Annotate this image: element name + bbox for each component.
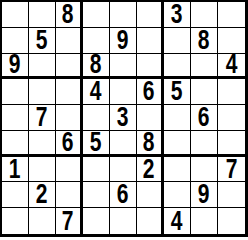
cell-r5c2[interactable]: 7 — [29, 105, 56, 131]
given-digit: 6 — [143, 79, 155, 105]
cell-r6c5[interactable] — [110, 131, 137, 157]
cell-r4c5[interactable] — [110, 79, 137, 105]
given-digit: 2 — [143, 157, 155, 183]
given-digit: 3 — [117, 105, 129, 131]
cell-r1c1[interactable] — [2, 2, 29, 28]
cell-r6c3[interactable]: 6 — [56, 131, 83, 157]
cell-r9c8[interactable] — [191, 208, 218, 234]
cell-r2c9[interactable] — [218, 28, 245, 54]
given-digit: 8 — [143, 131, 155, 156]
cell-r5c5[interactable]: 3 — [110, 105, 137, 131]
cell-r8c2[interactable]: 2 — [29, 182, 56, 208]
cell-r6c1[interactable] — [2, 131, 29, 157]
cell-r2c4[interactable] — [83, 28, 110, 54]
cell-r1c9[interactable] — [218, 2, 245, 28]
cell-r6c2[interactable] — [29, 131, 56, 157]
cell-r7c9[interactable]: 7 — [218, 157, 245, 183]
cell-r1c8[interactable] — [191, 2, 218, 28]
cell-r9c5[interactable] — [110, 208, 137, 234]
cell-r7c1[interactable]: 1 — [2, 157, 29, 183]
cell-r5c4[interactable] — [83, 105, 110, 131]
cell-r9c4[interactable] — [83, 208, 110, 234]
cell-r9c6[interactable] — [137, 208, 164, 234]
cell-r1c5[interactable] — [110, 2, 137, 28]
given-digit: 9 — [9, 54, 21, 79]
cell-r7c3[interactable] — [56, 157, 83, 183]
cell-r3c6[interactable] — [137, 54, 164, 80]
cell-r2c2[interactable]: 5 — [29, 28, 56, 54]
cell-r5c3[interactable] — [56, 105, 83, 131]
cell-r2c7[interactable] — [164, 28, 191, 54]
given-digit: 8 — [198, 28, 210, 54]
given-digit: 7 — [62, 208, 74, 234]
given-digit: 7 — [226, 157, 238, 183]
cell-r6c8[interactable] — [191, 131, 218, 157]
cell-r7c7[interactable] — [164, 157, 191, 183]
cell-r8c5[interactable]: 6 — [110, 182, 137, 208]
given-digit: 4 — [171, 208, 183, 234]
cell-r4c8[interactable] — [191, 79, 218, 105]
cell-r2c1[interactable] — [2, 28, 29, 54]
given-digit: 6 — [62, 131, 74, 156]
cell-r9c2[interactable] — [29, 208, 56, 234]
cell-r9c9[interactable] — [218, 208, 245, 234]
cell-r8c8[interactable]: 9 — [191, 182, 218, 208]
cell-r1c6[interactable] — [137, 2, 164, 28]
given-digit: 5 — [90, 131, 102, 156]
given-digit: 5 — [171, 79, 183, 105]
cell-r1c2[interactable] — [29, 2, 56, 28]
given-digit: 4 — [90, 79, 102, 105]
cell-r5c7[interactable] — [164, 105, 191, 131]
cell-r3c3[interactable] — [56, 54, 83, 80]
given-digit: 8 — [62, 2, 74, 28]
cell-r3c4[interactable]: 8 — [83, 54, 110, 80]
cell-r7c6[interactable]: 2 — [137, 157, 164, 183]
cell-r3c7[interactable] — [164, 54, 191, 80]
cell-r5c8[interactable]: 6 — [191, 105, 218, 131]
cell-r8c6[interactable] — [137, 182, 164, 208]
cell-r9c1[interactable] — [2, 208, 29, 234]
cell-r6c6[interactable]: 8 — [137, 131, 164, 157]
cell-r2c3[interactable] — [56, 28, 83, 54]
given-digit: 6 — [198, 105, 210, 131]
cell-r8c1[interactable] — [2, 182, 29, 208]
cell-r4c3[interactable] — [56, 79, 83, 105]
cell-r5c9[interactable] — [218, 105, 245, 131]
cell-r4c2[interactable] — [29, 79, 56, 105]
given-digit: 7 — [36, 105, 48, 131]
given-digit: 8 — [90, 54, 102, 79]
cell-r3c8[interactable] — [191, 54, 218, 80]
sudoku-board: 8359898446573665812726974 — [0, 0, 248, 237]
cell-r9c7[interactable]: 4 — [164, 208, 191, 234]
cell-r7c4[interactable] — [83, 157, 110, 183]
given-digit: 9 — [198, 182, 210, 208]
cell-r1c4[interactable] — [83, 2, 110, 28]
cell-r2c8[interactable]: 8 — [191, 28, 218, 54]
given-digit: 5 — [36, 28, 48, 54]
cell-r4c9[interactable] — [218, 79, 245, 105]
cell-r8c7[interactable] — [164, 182, 191, 208]
cell-r4c6[interactable]: 6 — [137, 79, 164, 105]
cell-r6c9[interactable] — [218, 131, 245, 157]
cell-r8c9[interactable] — [218, 182, 245, 208]
sudoku-page: 8359898446573665812726974 — [0, 0, 248, 240]
given-digit: 3 — [171, 2, 183, 28]
cell-r4c4[interactable]: 4 — [83, 79, 110, 105]
cell-r1c7[interactable]: 3 — [164, 2, 191, 28]
cell-r7c8[interactable] — [191, 157, 218, 183]
cell-r7c2[interactable] — [29, 157, 56, 183]
cell-r2c6[interactable] — [137, 28, 164, 54]
cell-r5c6[interactable] — [137, 105, 164, 131]
cell-r3c5[interactable] — [110, 54, 137, 80]
cell-r1c3[interactable]: 8 — [56, 2, 83, 28]
cell-r6c7[interactable] — [164, 131, 191, 157]
given-digit: 1 — [9, 157, 21, 183]
cell-r4c1[interactable] — [2, 79, 29, 105]
cell-r9c3[interactable]: 7 — [56, 208, 83, 234]
cell-r3c2[interactable] — [29, 54, 56, 80]
cell-r2c5[interactable]: 9 — [110, 28, 137, 54]
given-digit: 6 — [117, 182, 129, 208]
cell-r5c1[interactable] — [2, 105, 29, 131]
given-digit: 9 — [117, 28, 129, 54]
cell-r3c1[interactable]: 9 — [2, 54, 29, 80]
cell-r7c5[interactable] — [110, 157, 137, 183]
given-digit: 4 — [226, 54, 238, 79]
cell-r3c9[interactable]: 4 — [218, 54, 245, 80]
cell-r4c7[interactable]: 5 — [164, 79, 191, 105]
cell-r6c4[interactable]: 5 — [83, 131, 110, 157]
cell-r8c4[interactable] — [83, 182, 110, 208]
cell-r8c3[interactable] — [56, 182, 83, 208]
given-digit: 2 — [36, 182, 48, 208]
